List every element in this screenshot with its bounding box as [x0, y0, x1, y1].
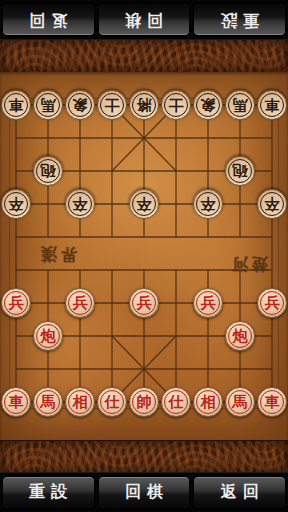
piece-glyph: 馬 — [41, 98, 56, 113]
piece-glyph: 兵 — [9, 296, 24, 311]
piece-glyph: 將 — [137, 98, 152, 113]
xiangqi-board[interactable]: 漢界 楚河 車馬象士將士象馬車砲砲卒卒卒卒卒兵兵兵兵兵炮炮車馬相仕帥仕相馬車 — [0, 72, 288, 440]
piece-black-cannon[interactable]: 砲 — [225, 156, 255, 186]
xiangqi-app: 重設 回棋 返回 漢界 楚河 車馬象士將士象馬車砲砲卒卒卒卒卒兵兵兵兵兵炮炮車馬… — [0, 0, 288, 512]
piece-red-cannon[interactable]: 炮 — [33, 321, 63, 351]
piece-glyph: 馬 — [41, 395, 56, 410]
piece-black-elephant[interactable]: 象 — [193, 90, 223, 120]
piece-glyph: 車 — [265, 395, 280, 410]
piece-glyph: 馬 — [233, 395, 248, 410]
piece-red-soldier[interactable]: 兵 — [257, 288, 287, 318]
piece-glyph: 炮 — [41, 329, 56, 344]
piece-red-advisor[interactable]: 仕 — [161, 387, 191, 417]
piece-glyph: 士 — [169, 98, 184, 113]
piece-glyph: 炮 — [233, 329, 248, 344]
piece-red-horse[interactable]: 馬 — [33, 387, 63, 417]
piece-glyph: 卒 — [265, 197, 280, 212]
river-text-left: 漢界 — [37, 243, 77, 264]
piece-glyph: 仕 — [105, 395, 120, 410]
piece-red-general[interactable]: 帥 — [129, 387, 159, 417]
piece-red-chariot[interactable]: 車 — [257, 387, 287, 417]
piece-glyph: 砲 — [41, 164, 56, 179]
piece-glyph: 馬 — [233, 98, 248, 113]
piece-black-horse[interactable]: 馬 — [33, 90, 63, 120]
piece-glyph: 車 — [9, 395, 24, 410]
piece-glyph: 帥 — [137, 395, 152, 410]
piece-glyph: 卒 — [9, 197, 24, 212]
piece-glyph: 卒 — [137, 197, 152, 212]
bottom-toolbar: 重設 回棋 返回 — [0, 472, 288, 512]
piece-glyph: 相 — [201, 395, 216, 410]
undo-button[interactable]: 回棋 — [98, 476, 191, 510]
piece-red-elephant[interactable]: 相 — [65, 387, 95, 417]
piece-glyph: 卒 — [73, 197, 88, 212]
bottom-toolbar-wrapper: 重設 回棋 返回 — [0, 473, 288, 512]
top-toolbar: 重設 回棋 返回 — [0, 0, 288, 40]
piece-red-soldier[interactable]: 兵 — [65, 288, 95, 318]
piece-red-soldier[interactable]: 兵 — [129, 288, 159, 318]
piece-red-soldier[interactable]: 兵 — [1, 288, 31, 318]
piece-black-soldier[interactable]: 卒 — [257, 189, 287, 219]
piece-glyph: 仕 — [169, 395, 184, 410]
top-back-button[interactable]: 返回 — [2, 3, 95, 37]
piece-glyph: 象 — [201, 98, 216, 113]
top-undo-button[interactable]: 回棋 — [98, 3, 191, 37]
piece-black-soldier[interactable]: 卒 — [1, 189, 31, 219]
piece-black-soldier[interactable]: 卒 — [193, 189, 223, 219]
carved-wood-strip-bottom — [0, 440, 288, 473]
reset-button[interactable]: 重設 — [2, 476, 95, 510]
piece-red-soldier[interactable]: 兵 — [193, 288, 223, 318]
piece-black-elephant[interactable]: 象 — [65, 90, 95, 120]
top-toolbar-rotated-wrapper: 重設 回棋 返回 — [0, 0, 288, 39]
piece-red-cannon[interactable]: 炮 — [225, 321, 255, 351]
back-button[interactable]: 返回 — [193, 476, 286, 510]
piece-glyph: 相 — [73, 395, 88, 410]
piece-black-horse[interactable]: 馬 — [225, 90, 255, 120]
top-reset-button[interactable]: 重設 — [193, 3, 286, 37]
piece-black-advisor[interactable]: 士 — [97, 90, 127, 120]
piece-black-soldier[interactable]: 卒 — [129, 189, 159, 219]
piece-glyph: 兵 — [201, 296, 216, 311]
piece-glyph: 士 — [105, 98, 120, 113]
piece-black-soldier[interactable]: 卒 — [65, 189, 95, 219]
piece-glyph: 象 — [73, 98, 88, 113]
piece-glyph: 車 — [265, 98, 280, 113]
piece-glyph: 兵 — [137, 296, 152, 311]
piece-glyph: 卒 — [201, 197, 216, 212]
piece-black-chariot[interactable]: 車 — [1, 90, 31, 120]
carved-wood-strip-top — [0, 40, 288, 73]
piece-glyph: 兵 — [265, 296, 280, 311]
piece-glyph: 車 — [9, 98, 24, 113]
piece-black-cannon[interactable]: 砲 — [33, 156, 63, 186]
piece-red-elephant[interactable]: 相 — [193, 387, 223, 417]
piece-red-chariot[interactable]: 車 — [1, 387, 31, 417]
piece-black-advisor[interactable]: 士 — [161, 90, 191, 120]
piece-glyph: 兵 — [73, 296, 88, 311]
river-text-right: 楚河 — [228, 253, 268, 274]
piece-glyph: 砲 — [233, 164, 248, 179]
piece-red-advisor[interactable]: 仕 — [97, 387, 127, 417]
piece-red-horse[interactable]: 馬 — [225, 387, 255, 417]
piece-black-general[interactable]: 將 — [129, 90, 159, 120]
piece-black-chariot[interactable]: 車 — [257, 90, 287, 120]
